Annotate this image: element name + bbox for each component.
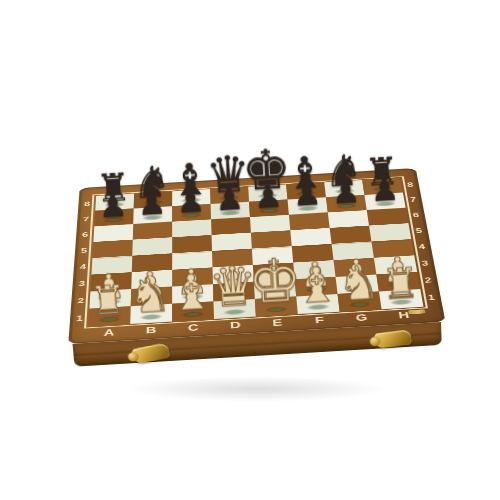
rank-label-left-1: 1: [69, 304, 90, 332]
square-c7[interactable]: ♟: [172, 204, 211, 222]
black-pawn[interactable]: ♟: [175, 184, 206, 218]
brass-clasp-right: [375, 329, 413, 349]
black-pawn[interactable]: ♟: [369, 173, 400, 207]
square-g1[interactable]: ♞: [338, 292, 382, 312]
square-h6[interactable]: [367, 208, 409, 226]
square-a1[interactable]: ♜: [88, 306, 130, 326]
board-frame: ♜♞♝♛♚♝♞♜♟♟♟♟♟♟♟♟♟♟♟♟♟♟♟♟♜♞♝♛♚♝♞♜ ABCDEFG…: [68, 168, 445, 344]
square-f1[interactable]: ♝: [296, 294, 339, 314]
black-pawn[interactable]: ♟: [136, 186, 167, 220]
rank-label-left-4: 4: [73, 254, 93, 280]
white-bishop[interactable]: ♝: [294, 260, 340, 311]
square-b1[interactable]: ♞: [130, 304, 172, 324]
black-pawn[interactable]: ♟: [98, 189, 129, 223]
black-pawn[interactable]: ♟: [331, 175, 362, 209]
chess-board-squares: ♜♞♝♛♚♝♞♜♟♟♟♟♟♟♟♟♟♟♟♟♟♟♟♟♜♞♝♛♚♝♞♜: [88, 178, 423, 327]
square-c6[interactable]: [172, 219, 211, 237]
square-e1[interactable]: ♚: [255, 296, 298, 316]
white-rook[interactable]: ♜: [88, 278, 128, 322]
white-knight[interactable]: ♞: [336, 258, 381, 307]
square-b5[interactable]: [132, 237, 172, 255]
white-rook[interactable]: ♜: [381, 261, 421, 305]
chess-board: ♜♞♝♛♚♝♞♜♟♟♟♟♟♟♟♟♟♟♟♟♟♟♟♟♜♞♝♛♚♝♞♜ ABCDEFG…: [68, 168, 445, 344]
rank-label-right-4: 4: [411, 234, 434, 259]
square-f6[interactable]: [289, 212, 330, 230]
white-knight[interactable]: ♞: [127, 271, 172, 320]
rank-label-left-2: 2: [70, 287, 90, 314]
brass-clasp-left: [131, 343, 170, 365]
square-h1[interactable]: ♜: [379, 289, 424, 309]
black-pawn[interactable]: ♟: [214, 182, 245, 216]
black-pawn[interactable]: ♟: [253, 179, 284, 213]
board-tilt-wrapper: ♜♞♝♛♚♝♞♜♟♟♟♟♟♟♟♟♟♟♟♟♟♟♟♟♜♞♝♛♚♝♞♜ ABCDEFG…: [36, 104, 467, 398]
square-d6[interactable]: [211, 217, 251, 235]
square-c1[interactable]: ♝: [172, 301, 214, 321]
photo-background: ♜♞♝♛♚♝♞♜♟♟♟♟♟♟♟♟♟♟♟♟♟♟♟♟♜♞♝♛♚♝♞♜ ABCDEFG…: [0, 0, 500, 500]
black-pawn[interactable]: ♟: [292, 177, 323, 211]
chess-set-scene: ♜♞♝♛♚♝♞♜♟♟♟♟♟♟♟♟♟♟♟♟♟♟♟♟♜♞♝♛♚♝♞♜ ABCDEFG…: [44, 116, 460, 386]
square-f5[interactable]: [290, 228, 331, 246]
square-g5[interactable]: [330, 226, 372, 244]
rank-label-right-2: 2: [416, 267, 439, 294]
